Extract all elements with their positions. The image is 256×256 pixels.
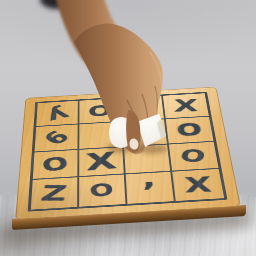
board-cell[interactable]: X (172, 169, 224, 201)
cell-glyph: ʎ (43, 103, 72, 123)
cell-glyph: X (183, 174, 212, 196)
cell-glyph: X (85, 149, 118, 174)
board-cell[interactable] (121, 96, 166, 122)
board-cell[interactable]: O (166, 117, 214, 145)
cell-glyph: O (176, 121, 204, 139)
board-cell[interactable] (124, 145, 172, 175)
cell-glyph: 6 (39, 128, 74, 147)
scene: ʎOX6OOXOZO’X (0, 0, 256, 256)
cell-glyph: ’ (141, 179, 158, 203)
cell-glyph: O (179, 147, 208, 165)
cell-glyph: Z (40, 183, 69, 204)
board-wood-face: ʎOX6OOXOZO’X (15, 87, 241, 220)
cell-glyph: O (41, 154, 71, 175)
board-cell[interactable] (79, 122, 124, 150)
board-cell[interactable]: X (79, 147, 125, 177)
board-cell[interactable]: ʎ (36, 101, 79, 127)
cell-glyph: X (173, 97, 197, 114)
board-cell[interactable]: X (163, 93, 209, 119)
board-cell[interactable]: O (79, 98, 122, 124)
game-board: ʎOX6OOXOZO’X (15, 87, 241, 220)
board-cell[interactable]: O (79, 174, 127, 206)
board-cell[interactable]: Z (31, 177, 79, 209)
cell-glyph: O (88, 103, 112, 119)
board-cell[interactable]: O (169, 142, 219, 172)
board-cell[interactable]: 6 (35, 124, 80, 152)
cell-glyph: O (89, 181, 116, 200)
board-cell[interactable]: ’ (126, 172, 176, 204)
board-cell[interactable] (123, 119, 169, 147)
board-grid: ʎOX6OOXOZO’X (28, 92, 228, 212)
board-cell[interactable]: O (33, 150, 80, 180)
